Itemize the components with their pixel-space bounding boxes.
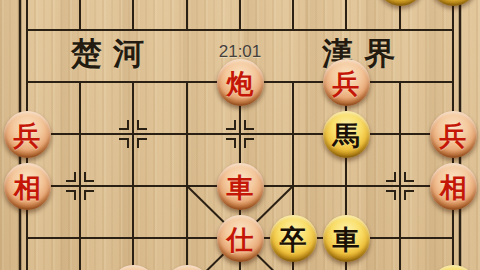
piece-glyph: 炮 — [227, 70, 254, 97]
piece-black-chariot-g2[interactable]: 車 — [323, 215, 370, 262]
piece-glyph: 車 — [333, 226, 360, 253]
piece-red-advisor-e2[interactable]: 仕 — [217, 215, 264, 262]
piece-glyph: 相 — [440, 174, 467, 201]
piece-glyph: 仕 — [227, 226, 254, 253]
piece-red-elephant-i3[interactable]: 相 — [430, 163, 477, 210]
piece-black-horse-g4[interactable]: 馬 — [323, 111, 370, 158]
piece-glyph: 兵 — [440, 122, 467, 149]
piece-red-soldier-g5[interactable]: 兵 — [323, 59, 370, 106]
piece-red-elephant-a3[interactable]: 相 — [4, 163, 51, 210]
piece-glyph: 車 — [227, 174, 254, 201]
piece-glyph: 卒 — [280, 226, 307, 253]
piece-red-soldier-a4[interactable]: 兵 — [4, 111, 51, 158]
piece-red-cannon-e5[interactable]: 炮 — [217, 59, 264, 106]
piece-glyph: 兵 — [14, 122, 41, 149]
river-label-chu: 楚河 — [71, 33, 155, 75]
piece-glyph: 兵 — [333, 70, 360, 97]
piece-glyph: 相 — [14, 174, 41, 201]
piece-red-chariot-e3[interactable]: 車 — [217, 163, 264, 210]
xiangqi-board[interactable]: 楚河 漢界 21:01 兵相炮兵兵相車仕馬卒車 — [0, 0, 480, 270]
piece-black-soldier-f2[interactable]: 卒 — [270, 215, 317, 262]
piece-glyph: 馬 — [333, 122, 360, 149]
piece-red-soldier-i4[interactable]: 兵 — [430, 111, 477, 158]
